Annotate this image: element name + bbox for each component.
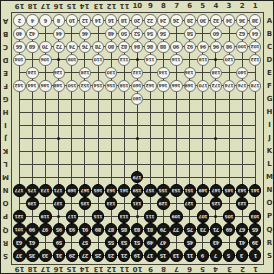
left-coordinate-label: K — [1, 146, 10, 156]
left-coordinate-label: D — [1, 55, 10, 65]
stone-move-number: 124 — [28, 70, 37, 75]
white-stone: 90 — [170, 41, 182, 53]
black-stone: 109 — [170, 210, 182, 222]
stone-move-number: 69 — [226, 227, 232, 232]
black-stone: 89 — [92, 223, 104, 235]
left-coordinate-label: I — [1, 120, 10, 130]
black-stone: 39 — [249, 236, 261, 248]
stone-move-number: 141 — [251, 188, 260, 193]
black-stone: 111 — [144, 210, 156, 222]
white-stone: 172 — [210, 80, 222, 92]
white-stone: 108 — [66, 54, 78, 66]
black-stone: 61 — [26, 236, 38, 248]
white-stone: 14 — [92, 14, 104, 26]
stone-move-number: 162 — [146, 83, 155, 88]
white-stone: 164 — [157, 80, 169, 92]
black-stone: 85 — [118, 223, 130, 235]
white-stone: 72 — [53, 41, 65, 53]
black-stone: 75 — [184, 223, 196, 235]
white-stone: 174 — [223, 80, 235, 92]
stone-move-number: 95 — [56, 227, 62, 232]
stone-move-number: 100 — [238, 44, 247, 49]
stone-move-number: 40 — [16, 31, 22, 36]
stone-move-number: 5 — [227, 253, 230, 258]
black-stone: 161 — [118, 184, 130, 196]
stone-move-number: 113 — [120, 214, 129, 219]
white-stone: 54 — [144, 28, 156, 40]
bottom-coordinate-label: 3 — [223, 265, 236, 273]
white-stone: 104 — [13, 54, 25, 66]
stone-move-number: 21 — [121, 253, 127, 258]
white-stone: 154 — [92, 80, 104, 92]
black-stone: 45 — [184, 236, 196, 248]
black-stone: 173 — [39, 184, 51, 196]
left-coordinate-label: F — [1, 81, 10, 91]
black-stone: 139 — [26, 197, 38, 209]
black-stone: 91 — [79, 223, 91, 235]
stone-move-number: 8 — [57, 18, 60, 23]
stone-move-number: 84 — [134, 44, 140, 49]
stone-move-number: 166 — [172, 83, 181, 88]
stone-move-number: 127 — [185, 201, 194, 206]
stone-move-number: 153 — [172, 188, 181, 193]
black-stone: 67 — [236, 223, 248, 235]
white-stone: 4 — [26, 14, 38, 26]
white-stone: 48 — [105, 28, 117, 40]
stone-move-number: 176 — [238, 83, 247, 88]
bottom-coordinate-label: 15 — [65, 265, 78, 273]
stone-move-number: 129 — [159, 201, 168, 206]
stone-move-number: 173 — [41, 188, 50, 193]
white-stone: 168 — [184, 80, 196, 92]
stone-move-number: 79 — [160, 227, 166, 232]
stone-move-number: 19 — [134, 253, 140, 258]
stone-move-number: 148 — [54, 83, 63, 88]
star-point — [136, 58, 139, 61]
top-coordinate-label: 13 — [92, 1, 105, 11]
black-stone: 65 — [249, 223, 261, 235]
left-coordinate-label: H — [1, 107, 10, 117]
stone-move-number: 130 — [107, 70, 116, 75]
stone-move-number: 82 — [121, 44, 127, 49]
left-coordinate-label: E — [1, 68, 10, 78]
white-stone: 112 — [118, 54, 130, 66]
white-stone: 180 — [131, 93, 143, 105]
stone-move-number: 67 — [239, 227, 245, 232]
stone-move-number: 85 — [121, 227, 127, 232]
stone-move-number: 161 — [120, 188, 129, 193]
bottom-coordinate-label: 10 — [131, 265, 144, 273]
stone-move-number: 78 — [95, 44, 101, 49]
bottom-coordinate-label: 4 — [209, 265, 222, 273]
white-stone: 8 — [53, 14, 65, 26]
stone-move-number: 52 — [134, 31, 140, 36]
stone-move-number: 3 — [240, 253, 243, 258]
black-stone: 55 — [105, 236, 117, 248]
stone-move-number: 167 — [81, 188, 90, 193]
right-coordinate-label: K — [265, 146, 274, 156]
white-stone: 2 — [13, 14, 25, 26]
white-stone: 132 — [131, 67, 143, 79]
stone-move-number: 72 — [56, 44, 62, 49]
stone-move-number: 172 — [212, 83, 221, 88]
stone-move-number: 178 — [251, 83, 260, 88]
stone-move-number: 55 — [108, 240, 114, 245]
black-stone: 63 — [13, 236, 25, 248]
star-point — [57, 137, 60, 140]
v-grid-line — [242, 20, 243, 256]
stone-move-number: 6 — [44, 18, 47, 23]
black-stone: 81 — [144, 223, 156, 235]
stone-move-number: 150 — [68, 83, 77, 88]
white-stone: 58 — [184, 28, 196, 40]
stone-move-number: 109 — [172, 214, 181, 219]
white-stone: 40 — [13, 28, 25, 40]
stone-move-number: 43 — [213, 240, 219, 245]
black-stone: 135 — [79, 197, 91, 209]
white-stone: 74 — [66, 41, 78, 53]
black-stone: 33 — [39, 249, 51, 261]
white-stone: 28 — [184, 14, 196, 26]
stone-move-number: 15 — [160, 253, 166, 258]
white-stone: 12 — [79, 14, 91, 26]
black-stone: 27 — [79, 249, 91, 261]
stone-move-number: 38 — [252, 18, 258, 23]
black-stone: 23 — [105, 249, 117, 261]
top-coordinate-label: 15 — [65, 1, 78, 11]
stone-move-number: 70 — [42, 44, 48, 49]
black-stone: 165 — [92, 184, 104, 196]
white-stone: 136 — [184, 67, 196, 79]
top-coordinate-label: 3 — [223, 1, 236, 11]
stone-move-number: 151 — [185, 188, 194, 193]
stone-move-number: 134 — [159, 70, 168, 75]
stone-move-number: 50 — [121, 31, 127, 36]
white-stone: 128 — [79, 67, 91, 79]
black-stone: 53 — [118, 236, 130, 248]
star-point — [214, 215, 217, 218]
stone-move-number: 111 — [146, 214, 155, 219]
stone-move-number: 159 — [133, 188, 142, 193]
stone-move-number: 157 — [146, 188, 155, 193]
stone-move-number: 163 — [107, 188, 116, 193]
white-stone: 44 — [53, 28, 65, 40]
stone-move-number: 97 — [42, 227, 48, 232]
stone-move-number: 89 — [95, 227, 101, 232]
stone-move-number: 177 — [15, 188, 24, 193]
white-stone: 148 — [53, 80, 65, 92]
black-stone: 119 — [39, 210, 51, 222]
white-stone: 118 — [197, 54, 209, 66]
bottom-coordinate-label: 17 — [39, 265, 52, 273]
white-stone: 92 — [184, 41, 196, 53]
stone-move-number: 66 — [16, 44, 22, 49]
stone-move-number: 35 — [29, 253, 35, 258]
white-stone: 36 — [236, 14, 248, 26]
black-stone: 83 — [131, 223, 143, 235]
white-stone: 80 — [105, 41, 117, 53]
black-stone: 107 — [197, 210, 209, 222]
black-stone: 157 — [144, 184, 156, 196]
stone-move-number: 114 — [146, 57, 155, 62]
top-coordinate-label: 14 — [78, 1, 91, 11]
black-stone: 5 — [223, 249, 235, 261]
right-coordinate-label: N — [265, 185, 274, 195]
stone-move-number: 36 — [239, 18, 245, 23]
stone-move-number: 147 — [212, 188, 221, 193]
stone-move-number: 47 — [160, 240, 166, 245]
white-stone: 106 — [39, 54, 51, 66]
white-stone: 110 — [92, 54, 104, 66]
v-grid-line — [163, 20, 164, 256]
white-stone: 96 — [210, 41, 222, 53]
white-stone: 60 — [210, 28, 222, 40]
black-stone: 145 — [223, 184, 235, 196]
right-coordinate-label: L — [265, 159, 274, 169]
black-stone: 95 — [53, 223, 65, 235]
stone-move-number: 81 — [147, 227, 153, 232]
v-grid-line — [189, 20, 190, 256]
white-stone: 26 — [170, 14, 182, 26]
white-stone: 158 — [118, 80, 130, 92]
white-stone: 100 — [236, 41, 248, 53]
black-stone: 43 — [210, 236, 222, 248]
black-stone: 141 — [249, 184, 261, 196]
stone-move-number: 121 — [15, 214, 24, 219]
white-stone: 138 — [210, 67, 222, 79]
white-stone: 120 — [223, 54, 235, 66]
stone-move-number: 146 — [41, 83, 50, 88]
white-stone: 18 — [118, 14, 130, 26]
white-stone: 82 — [118, 41, 130, 53]
bottom-coordinate-label: 18 — [26, 265, 39, 273]
stone-move-number: 155 — [159, 188, 168, 193]
right-coordinate-label: G — [265, 94, 274, 104]
stone-move-number: 154 — [94, 83, 103, 88]
stone-move-number: 25 — [95, 253, 101, 258]
stone-move-number: 135 — [81, 201, 90, 206]
stone-move-number: 44 — [56, 31, 62, 36]
stone-move-number: 10 — [69, 18, 75, 23]
stone-move-number: 125 — [212, 201, 221, 206]
left-coordinate-label: A — [1, 16, 10, 26]
left-coordinate-label: L — [1, 159, 10, 169]
black-stone: 77 — [170, 223, 182, 235]
stone-move-number: 49 — [147, 240, 153, 245]
top-coordinate-label: 10 — [131, 1, 144, 11]
stone-move-number: 64 — [252, 31, 258, 36]
left-coordinate-label: N — [1, 185, 10, 195]
left-coordinate-label: B — [1, 29, 10, 39]
white-stone: 122 — [249, 54, 261, 66]
stone-move-number: 51 — [134, 240, 140, 245]
black-stone: 143 — [236, 184, 248, 196]
stone-move-number: 140 — [238, 70, 247, 75]
right-coordinate-label: C — [265, 42, 274, 52]
stone-move-number: 63 — [16, 240, 22, 245]
stone-move-number: 39 — [252, 240, 258, 245]
bottom-coordinate-label: 2 — [236, 265, 249, 273]
left-coordinate-label: S — [1, 251, 10, 261]
stone-move-number: 102 — [251, 44, 260, 49]
stone-move-number: 83 — [134, 227, 140, 232]
stone-move-number: 73 — [200, 227, 206, 232]
bottom-coordinate-label: 6 — [183, 265, 196, 273]
black-stone: 155 — [157, 184, 169, 196]
star-point — [136, 215, 139, 218]
star-point — [57, 58, 60, 61]
left-coordinate-label: J — [1, 133, 10, 143]
top-coordinate-label: 19 — [13, 1, 26, 11]
top-coordinate-label: 8 — [157, 1, 170, 11]
stone-move-number: 110 — [94, 57, 103, 62]
bottom-coordinate-label: 13 — [92, 265, 105, 273]
right-coordinate-label: I — [265, 120, 274, 130]
black-stone: 47 — [157, 236, 169, 248]
bottom-coordinate-label: 19 — [13, 265, 26, 273]
stone-move-number: 174 — [225, 83, 234, 88]
black-stone: 101 — [13, 223, 25, 235]
black-stone: 179 — [131, 171, 143, 183]
right-coordinate-label: P — [265, 211, 274, 221]
black-stone: 163 — [105, 184, 117, 196]
white-stone: 52 — [131, 28, 143, 40]
white-stone: 150 — [66, 80, 78, 92]
white-stone: 124 — [26, 67, 38, 79]
top-coordinate-label: 11 — [118, 1, 131, 11]
stone-move-number: 12 — [82, 18, 88, 23]
white-stone: 94 — [197, 41, 209, 53]
stone-move-number: 41 — [239, 240, 245, 245]
stone-move-number: 179 — [133, 175, 142, 180]
stone-move-number: 94 — [200, 44, 206, 49]
black-stone: 99 — [26, 223, 38, 235]
stone-move-number: 105 — [225, 214, 234, 219]
black-stone: 159 — [131, 184, 143, 196]
black-stone: 41 — [236, 236, 248, 248]
top-coordinate-label: 16 — [52, 1, 65, 11]
right-coordinate-label: J — [265, 133, 274, 143]
white-stone: 34 — [223, 14, 235, 26]
stone-move-number: 158 — [120, 83, 129, 88]
white-stone: 178 — [249, 80, 261, 92]
stone-move-number: 156 — [107, 83, 116, 88]
stone-move-number: 62 — [239, 31, 245, 36]
black-stone: 9 — [197, 249, 209, 261]
black-stone: 97 — [39, 223, 51, 235]
stone-move-number: 34 — [226, 18, 232, 23]
stone-move-number: 120 — [225, 57, 234, 62]
top-coordinate-label: 17 — [39, 1, 52, 11]
bottom-coordinate-label: 14 — [78, 265, 91, 273]
stone-move-number: 75 — [187, 227, 193, 232]
right-coordinate-label: Q — [265, 225, 274, 235]
black-stone: 49 — [144, 236, 156, 248]
white-stone: 88 — [157, 41, 169, 53]
stone-move-number: 20 — [134, 18, 140, 23]
go-board-diagram: 19181716151413121110987654321 1918171615… — [0, 0, 274, 274]
top-coordinate-label: 1 — [249, 1, 262, 11]
stone-move-number: 144 — [28, 83, 37, 88]
stone-move-number: 17 — [147, 253, 153, 258]
black-stone: 105 — [223, 210, 235, 222]
black-stone: 129 — [157, 197, 169, 209]
left-coordinate-label: P — [1, 211, 10, 221]
stone-move-number: 99 — [29, 227, 35, 232]
white-stone: 176 — [236, 80, 248, 92]
stone-move-number: 119 — [41, 214, 50, 219]
black-stone: 71 — [210, 223, 222, 235]
left-coordinate-label: O — [1, 198, 10, 208]
stone-move-number: 160 — [133, 83, 142, 88]
white-stone: 56 — [157, 28, 169, 40]
bottom-coordinate-label: 8 — [157, 265, 170, 273]
bottom-coordinate-label: 5 — [196, 265, 209, 273]
black-stone: 31 — [53, 249, 65, 261]
right-coordinate-label: F — [265, 81, 274, 91]
stone-move-number: 30 — [200, 18, 206, 23]
stone-move-number: 116 — [172, 57, 181, 62]
white-stone: 30 — [197, 14, 209, 26]
stone-move-number: 2 — [18, 18, 21, 23]
stone-move-number: 103 — [251, 214, 260, 219]
stone-move-number: 180 — [133, 96, 142, 101]
right-coordinate-label: M — [265, 172, 274, 182]
stone-move-number: 152 — [81, 83, 90, 88]
white-stone: 32 — [210, 14, 222, 26]
stone-move-number: 139 — [28, 201, 37, 206]
stone-move-number: 60 — [213, 31, 219, 36]
black-stone: 19 — [131, 249, 143, 261]
stone-move-number: 28 — [187, 18, 193, 23]
black-stone: 3 — [236, 249, 248, 261]
stone-move-number: 137 — [54, 201, 63, 206]
board-frame: 2468101214161820222426283032343638404244… — [11, 12, 264, 265]
stone-move-number: 27 — [82, 253, 88, 258]
stone-move-number: 106 — [41, 57, 50, 62]
stone-move-number: 71 — [213, 227, 219, 232]
black-stone: 115 — [92, 210, 104, 222]
stone-move-number: 115 — [94, 214, 103, 219]
left-coordinate-label: Q — [1, 225, 10, 235]
bottom-coordinate-label: 7 — [170, 265, 183, 273]
stone-move-number: 33 — [42, 253, 48, 258]
white-stone: 156 — [105, 80, 117, 92]
stone-move-number: 168 — [185, 83, 194, 88]
white-stone: 144 — [26, 80, 38, 92]
top-coordinate-label: 5 — [196, 1, 209, 11]
white-stone: 20 — [131, 14, 143, 26]
stone-move-number: 74 — [69, 44, 75, 49]
black-stone: 25 — [92, 249, 104, 261]
top-coordinate-label: 6 — [183, 1, 196, 11]
stone-move-number: 57 — [82, 240, 88, 245]
stone-move-number: 16 — [108, 18, 114, 23]
stone-move-number: 142 — [15, 83, 24, 88]
stone-move-number: 37 — [16, 253, 22, 258]
white-stone: 114 — [144, 54, 156, 66]
white-stone: 130 — [105, 67, 117, 79]
white-stone: 6 — [39, 14, 51, 26]
black-stone: 93 — [66, 223, 78, 235]
stone-move-number: 26 — [173, 18, 179, 23]
black-stone: 127 — [184, 197, 196, 209]
stone-move-number: 23 — [108, 253, 114, 258]
black-stone: 79 — [157, 223, 169, 235]
black-stone: 137 — [53, 197, 65, 209]
white-stone: 66 — [13, 41, 25, 53]
stone-move-number: 117 — [68, 214, 77, 219]
